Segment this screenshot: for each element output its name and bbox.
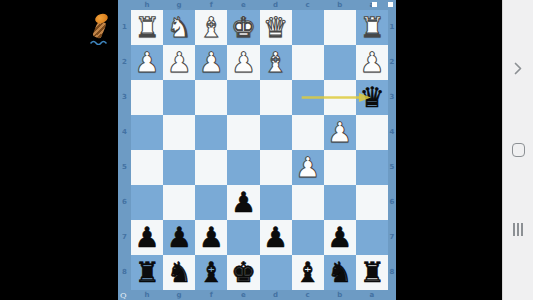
white-pawn-c5[interactable]: ♟ (295, 154, 320, 182)
square-h8[interactable]: ♜ (131, 255, 163, 290)
square-g4[interactable] (163, 115, 195, 150)
coordinate-label: 2 (388, 45, 396, 80)
coordinate-label: 8 (388, 255, 396, 290)
square-h7[interactable]: ♟ (131, 220, 163, 255)
square-c3[interactable] (292, 80, 324, 115)
square-h2[interactable]: ♟ (131, 45, 163, 80)
black-pawn-e6[interactable]: ♟ (231, 189, 256, 217)
nav-home-button[interactable] (503, 130, 533, 170)
nav-back-button[interactable] (503, 48, 533, 88)
square-e7[interactable] (227, 220, 259, 255)
square-b2[interactable] (324, 45, 356, 80)
watermark-wave-icon (90, 39, 110, 45)
square-h1[interactable]: ♜ (131, 10, 163, 45)
coordinate-label: b (324, 291, 356, 299)
frame-corner-glyph: Q (120, 291, 127, 300)
coordinate-label: 3 (388, 80, 396, 115)
coordinate-label: h (131, 291, 163, 299)
square-f4[interactable] (195, 115, 227, 150)
coordinate-label: g (163, 1, 195, 9)
black-queen-a3[interactable]: ♛ (359, 84, 384, 112)
square-d1[interactable]: ♛ (260, 10, 292, 45)
square-h6[interactable] (131, 185, 163, 220)
coordinate-label: c (292, 1, 324, 9)
recents-bars-icon (513, 223, 523, 236)
coordinate-label: f (195, 291, 227, 299)
coordinate-label: g (163, 291, 195, 299)
back-chevron-icon (514, 62, 522, 75)
black-knight-g8[interactable]: ♞ (167, 259, 192, 287)
coordinate-label: d (260, 291, 292, 299)
square-a1[interactable]: ♜ (356, 10, 388, 45)
black-pawn-h7[interactable]: ♟ (135, 224, 160, 252)
square-h5[interactable] (131, 150, 163, 185)
black-rook-h8[interactable]: ♜ (135, 259, 160, 287)
square-b1[interactable] (324, 10, 356, 45)
coordinate-label: 6 (118, 185, 131, 220)
black-knight-b8[interactable]: ♞ (327, 259, 352, 287)
white-bishop-d2[interactable]: ♝ (263, 49, 288, 77)
black-pawn-d7[interactable]: ♟ (263, 224, 288, 252)
square-g2[interactable]: ♟ (163, 45, 195, 80)
square-e1[interactable]: ♚ (227, 10, 259, 45)
square-d5[interactable] (260, 150, 292, 185)
square-b4[interactable]: ♟ (324, 115, 356, 150)
square-a8[interactable]: ♜ (356, 255, 388, 290)
coordinate-label: 5 (118, 150, 131, 185)
square-c5[interactable]: ♟ (292, 150, 324, 185)
square-c1[interactable] (292, 10, 324, 45)
square-e6[interactable]: ♟ (227, 185, 259, 220)
coordinate-label: 1 (118, 10, 131, 45)
white-pawn-g2[interactable]: ♟ (167, 49, 192, 77)
white-pawn-h2[interactable]: ♟ (135, 49, 160, 77)
frame-corner-dot (388, 2, 393, 7)
square-g3[interactable] (163, 80, 195, 115)
square-b6[interactable] (324, 185, 356, 220)
phone-screen: ♜♞♝♚♛♜♟♟♟♟♝♟♛♟♟♟♟♟♟♟♟♜♞♝♚♝♞♜ hgfedcbahgf… (0, 0, 533, 300)
square-f1[interactable]: ♝ (195, 10, 227, 45)
black-rook-a8[interactable]: ♜ (359, 259, 384, 287)
square-d7[interactable]: ♟ (260, 220, 292, 255)
black-pawn-f7[interactable]: ♟ (199, 224, 224, 252)
square-e3[interactable] (227, 80, 259, 115)
square-d4[interactable] (260, 115, 292, 150)
square-d8[interactable] (260, 255, 292, 290)
coordinate-label: 1 (388, 10, 396, 45)
square-e2[interactable]: ♟ (227, 45, 259, 80)
coordinate-label: f (195, 1, 227, 9)
nav-recents-button[interactable] (503, 209, 533, 249)
square-f3[interactable] (195, 80, 227, 115)
square-a6[interactable] (356, 185, 388, 220)
square-a4[interactable] (356, 115, 388, 150)
coordinate-label: d (260, 1, 292, 9)
frame-marker-dot (372, 2, 377, 7)
square-a5[interactable] (356, 150, 388, 185)
coordinate-label: 4 (118, 115, 131, 150)
square-g5[interactable] (163, 150, 195, 185)
white-pawn-a2[interactable]: ♟ (359, 49, 384, 77)
square-h3[interactable] (131, 80, 163, 115)
square-f7[interactable]: ♟ (195, 220, 227, 255)
white-king-e1[interactable]: ♚ (231, 14, 256, 42)
square-g7[interactable]: ♟ (163, 220, 195, 255)
coordinate-label: b (324, 1, 356, 9)
square-c2[interactable] (292, 45, 324, 80)
white-pawn-f2[interactable]: ♟ (199, 49, 224, 77)
square-b5[interactable] (324, 150, 356, 185)
white-pawn-e2[interactable]: ♟ (231, 49, 256, 77)
coordinate-label: 6 (388, 185, 396, 220)
square-g6[interactable] (163, 185, 195, 220)
square-b7[interactable]: ♟ (324, 220, 356, 255)
square-f5[interactable] (195, 150, 227, 185)
white-pawn-b4[interactable]: ♟ (327, 119, 352, 147)
square-g8[interactable]: ♞ (163, 255, 195, 290)
square-b8[interactable]: ♞ (324, 255, 356, 290)
black-pawn-g7[interactable]: ♟ (167, 224, 192, 252)
android-nav-bar (502, 0, 533, 300)
square-d2[interactable]: ♝ (260, 45, 292, 80)
watermark-logo (89, 13, 115, 45)
square-e5[interactable] (227, 150, 259, 185)
coordinate-label: e (227, 1, 259, 9)
coordinate-label: e (227, 291, 259, 299)
white-rook-h1[interactable]: ♜ (135, 14, 160, 42)
square-e4[interactable] (227, 115, 259, 150)
board-grid: ♜♞♝♚♛♜♟♟♟♟♝♟♛♟♟♟♟♟♟♟♟♜♞♝♚♝♞♜ (131, 10, 388, 290)
square-g1[interactable]: ♞ (163, 10, 195, 45)
coordinate-label: 5 (388, 150, 396, 185)
black-pawn-b7[interactable]: ♟ (327, 224, 352, 252)
square-c7[interactable] (292, 220, 324, 255)
coordinate-label: 7 (388, 220, 396, 255)
square-h4[interactable] (131, 115, 163, 150)
square-e8[interactable]: ♚ (227, 255, 259, 290)
black-bishop-f8[interactable]: ♝ (199, 259, 224, 287)
white-knight-g1[interactable]: ♞ (167, 14, 192, 42)
square-d6[interactable] (260, 185, 292, 220)
square-a3[interactable]: ♛ (356, 80, 388, 115)
square-d3[interactable] (260, 80, 292, 115)
white-queen-d1[interactable]: ♛ (263, 14, 288, 42)
square-c8[interactable]: ♝ (292, 255, 324, 290)
square-a7[interactable] (356, 220, 388, 255)
square-f8[interactable]: ♝ (195, 255, 227, 290)
square-a2[interactable]: ♟ (356, 45, 388, 80)
square-f2[interactable]: ♟ (195, 45, 227, 80)
black-bishop-c8[interactable]: ♝ (295, 259, 320, 287)
coordinate-label: h (131, 1, 163, 9)
coordinate-label: 7 (118, 220, 131, 255)
coordinate-label: a (356, 291, 388, 299)
square-c6[interactable] (292, 185, 324, 220)
coordinate-label: c (292, 291, 324, 299)
square-b3[interactable] (324, 80, 356, 115)
home-circle-icon (512, 143, 525, 157)
black-king-e8[interactable]: ♚ (231, 259, 256, 287)
chess-board: ♜♞♝♚♛♜♟♟♟♟♝♟♛♟♟♟♟♟♟♟♟♜♞♝♚♝♞♜ hgfedcbahgf… (118, 0, 396, 300)
coordinate-label: 3 (118, 80, 131, 115)
coordinate-label: 8 (118, 255, 131, 290)
square-c4[interactable] (292, 115, 324, 150)
coordinate-label: 4 (388, 115, 396, 150)
white-bishop-f1[interactable]: ♝ (199, 14, 224, 42)
square-f6[interactable] (195, 185, 227, 220)
white-rook-a1[interactable]: ♜ (359, 14, 384, 42)
coordinate-label: 2 (118, 45, 131, 80)
